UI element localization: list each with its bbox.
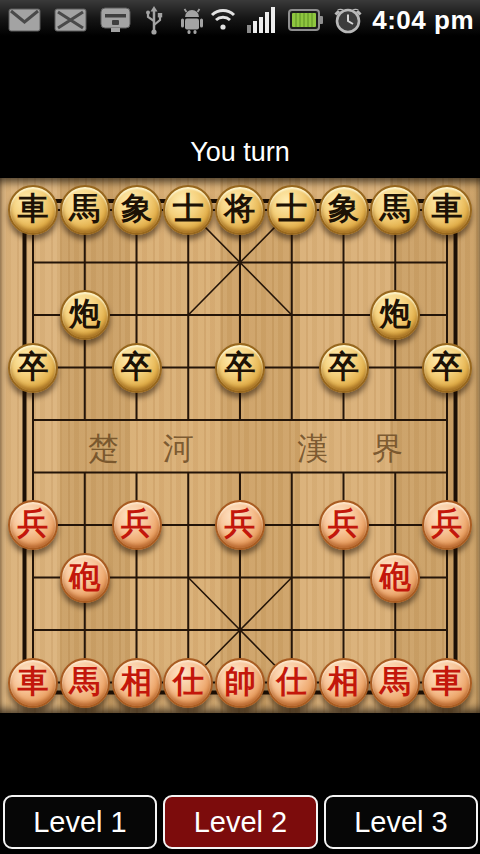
piece-red-兵[interactable]: 兵	[112, 500, 162, 550]
alarm-icon	[333, 5, 363, 35]
piece-red-砲[interactable]: 砲	[370, 553, 420, 603]
piece-red-兵[interactable]: 兵	[422, 500, 472, 550]
piece-red-兵[interactable]: 兵	[8, 500, 58, 550]
piece-black-車[interactable]: 車	[422, 185, 472, 235]
piece-red-帥[interactable]: 帥	[215, 658, 265, 708]
piece-red-仕[interactable]: 仕	[163, 658, 213, 708]
signal-icon	[247, 7, 279, 33]
piece-black-象[interactable]: 象	[112, 185, 162, 235]
xiangqi-board[interactable]: 楚 河 漢 界 車馬象士将士象馬車炮炮卒卒卒卒卒兵兵兵兵兵砲砲車馬相仕帥仕相馬車	[0, 178, 480, 713]
android-debug-icon	[177, 5, 207, 35]
status-bar: 4:04 pm	[0, 0, 480, 41]
piece-black-士[interactable]: 士	[163, 185, 213, 235]
piece-red-兵[interactable]: 兵	[215, 500, 265, 550]
piece-black-卒[interactable]: 卒	[422, 343, 472, 393]
status-bar-system: 4:04 pm	[208, 5, 480, 36]
usb-storage-icon	[100, 6, 131, 34]
piece-black-将[interactable]: 将	[215, 185, 265, 235]
usb-icon	[144, 5, 164, 35]
river-label-right: 漢 界	[297, 428, 420, 470]
piece-red-車[interactable]: 車	[8, 658, 58, 708]
piece-red-車[interactable]: 車	[422, 658, 472, 708]
turn-area: You turn	[0, 40, 480, 178]
river-label-left: 楚 河	[88, 428, 211, 470]
piece-red-相[interactable]: 相	[319, 658, 369, 708]
level-1-button[interactable]: Level 1	[3, 795, 157, 849]
level-2-button[interactable]: Level 2	[163, 795, 318, 849]
piece-black-卒[interactable]: 卒	[215, 343, 265, 393]
piece-black-車[interactable]: 車	[8, 185, 58, 235]
piece-black-象[interactable]: 象	[319, 185, 369, 235]
status-bar-notifications	[0, 5, 207, 35]
message-icon	[54, 7, 87, 33]
piece-red-馬[interactable]: 馬	[370, 658, 420, 708]
piece-black-士[interactable]: 士	[267, 185, 317, 235]
piece-red-仕[interactable]: 仕	[267, 658, 317, 708]
piece-black-炮[interactable]: 炮	[60, 290, 110, 340]
clock-time: 4:04 pm	[372, 5, 474, 36]
piece-red-兵[interactable]: 兵	[319, 500, 369, 550]
piece-black-炮[interactable]: 炮	[370, 290, 420, 340]
piece-black-馬[interactable]: 馬	[370, 185, 420, 235]
app-screen: 4:04 pm You turn 楚 河 漢	[0, 0, 480, 854]
piece-black-馬[interactable]: 馬	[60, 185, 110, 235]
piece-red-砲[interactable]: 砲	[60, 553, 110, 603]
battery-icon	[288, 9, 324, 31]
piece-red-馬[interactable]: 馬	[60, 658, 110, 708]
wifi-icon	[208, 7, 238, 33]
piece-black-卒[interactable]: 卒	[112, 343, 162, 393]
piece-red-相[interactable]: 相	[112, 658, 162, 708]
turn-label: You turn	[190, 137, 290, 178]
piece-black-卒[interactable]: 卒	[319, 343, 369, 393]
level-3-button[interactable]: Level 3	[324, 795, 478, 849]
piece-black-卒[interactable]: 卒	[8, 343, 58, 393]
level-button-row: Level 1 Level 2 Level 3	[0, 795, 480, 854]
gmail-icon	[8, 7, 41, 33]
